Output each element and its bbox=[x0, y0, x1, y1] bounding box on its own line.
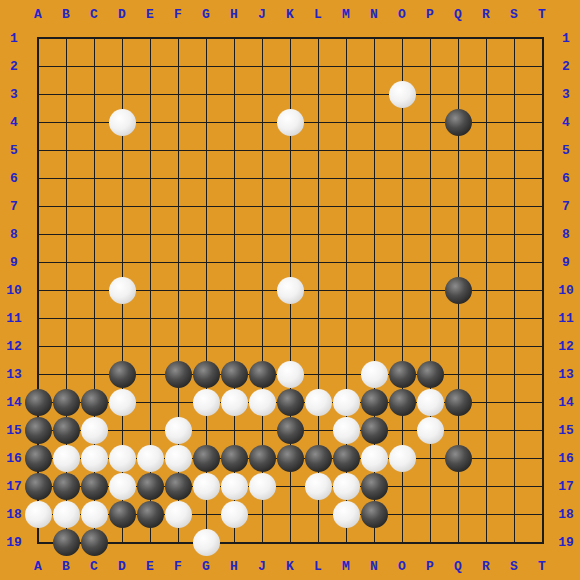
intersection-J1[interactable] bbox=[248, 24, 276, 52]
intersection-M6[interactable] bbox=[332, 164, 360, 192]
intersection-A6[interactable] bbox=[24, 164, 52, 192]
intersection-L11[interactable] bbox=[304, 304, 332, 332]
intersection-M12[interactable] bbox=[332, 332, 360, 360]
intersection-E19[interactable] bbox=[136, 528, 164, 556]
intersection-H10[interactable] bbox=[220, 276, 248, 304]
intersection-S2[interactable] bbox=[500, 52, 528, 80]
intersection-P13[interactable] bbox=[416, 360, 444, 388]
intersection-L6[interactable] bbox=[304, 164, 332, 192]
intersection-A11[interactable] bbox=[24, 304, 52, 332]
intersection-G7[interactable] bbox=[192, 192, 220, 220]
intersection-D17[interactable] bbox=[108, 472, 136, 500]
intersection-E3[interactable] bbox=[136, 80, 164, 108]
intersection-H18[interactable] bbox=[220, 500, 248, 528]
intersection-M3[interactable] bbox=[332, 80, 360, 108]
intersection-K7[interactable] bbox=[276, 192, 304, 220]
intersection-D19[interactable] bbox=[108, 528, 136, 556]
intersection-F4[interactable] bbox=[164, 108, 192, 136]
intersection-A3[interactable] bbox=[24, 80, 52, 108]
intersection-J14[interactable] bbox=[248, 388, 276, 416]
intersection-R7[interactable] bbox=[472, 192, 500, 220]
intersection-S4[interactable] bbox=[500, 108, 528, 136]
intersection-B13[interactable] bbox=[52, 360, 80, 388]
intersection-B2[interactable] bbox=[52, 52, 80, 80]
intersection-M17[interactable] bbox=[332, 472, 360, 500]
intersection-S11[interactable] bbox=[500, 304, 528, 332]
intersection-B3[interactable] bbox=[52, 80, 80, 108]
intersection-F11[interactable] bbox=[164, 304, 192, 332]
intersection-Q3[interactable] bbox=[444, 80, 472, 108]
intersection-G4[interactable] bbox=[192, 108, 220, 136]
intersection-H6[interactable] bbox=[220, 164, 248, 192]
intersection-C18[interactable] bbox=[80, 500, 108, 528]
intersection-D13[interactable] bbox=[108, 360, 136, 388]
intersection-K16[interactable] bbox=[276, 444, 304, 472]
intersection-R5[interactable] bbox=[472, 136, 500, 164]
intersection-G18[interactable] bbox=[192, 500, 220, 528]
intersection-J2[interactable] bbox=[248, 52, 276, 80]
intersection-L15[interactable] bbox=[304, 416, 332, 444]
intersection-T12[interactable] bbox=[528, 332, 556, 360]
intersection-G16[interactable] bbox=[192, 444, 220, 472]
intersection-L10[interactable] bbox=[304, 276, 332, 304]
intersection-G2[interactable] bbox=[192, 52, 220, 80]
intersection-O17[interactable] bbox=[388, 472, 416, 500]
intersection-Q18[interactable] bbox=[444, 500, 472, 528]
intersection-Q2[interactable] bbox=[444, 52, 472, 80]
intersection-N6[interactable] bbox=[360, 164, 388, 192]
intersection-T17[interactable] bbox=[528, 472, 556, 500]
intersection-A9[interactable] bbox=[24, 248, 52, 276]
intersection-R1[interactable] bbox=[472, 24, 500, 52]
intersection-H17[interactable] bbox=[220, 472, 248, 500]
intersection-F12[interactable] bbox=[164, 332, 192, 360]
intersection-R4[interactable] bbox=[472, 108, 500, 136]
intersection-O3[interactable] bbox=[388, 80, 416, 108]
intersection-M8[interactable] bbox=[332, 220, 360, 248]
intersection-T3[interactable] bbox=[528, 80, 556, 108]
intersection-Q16[interactable] bbox=[444, 444, 472, 472]
intersection-O9[interactable] bbox=[388, 248, 416, 276]
intersection-O8[interactable] bbox=[388, 220, 416, 248]
intersection-K6[interactable] bbox=[276, 164, 304, 192]
intersection-N4[interactable] bbox=[360, 108, 388, 136]
intersection-H1[interactable] bbox=[220, 24, 248, 52]
intersection-G5[interactable] bbox=[192, 136, 220, 164]
intersection-T7[interactable] bbox=[528, 192, 556, 220]
intersection-K2[interactable] bbox=[276, 52, 304, 80]
intersection-S16[interactable] bbox=[500, 444, 528, 472]
intersection-M11[interactable] bbox=[332, 304, 360, 332]
intersection-D4[interactable] bbox=[108, 108, 136, 136]
intersection-T4[interactable] bbox=[528, 108, 556, 136]
intersection-P9[interactable] bbox=[416, 248, 444, 276]
intersection-C2[interactable] bbox=[80, 52, 108, 80]
intersection-O1[interactable] bbox=[388, 24, 416, 52]
intersection-T19[interactable] bbox=[528, 528, 556, 556]
intersection-T9[interactable] bbox=[528, 248, 556, 276]
intersection-M7[interactable] bbox=[332, 192, 360, 220]
intersection-B18[interactable] bbox=[52, 500, 80, 528]
intersection-H2[interactable] bbox=[220, 52, 248, 80]
intersection-S6[interactable] bbox=[500, 164, 528, 192]
intersection-E7[interactable] bbox=[136, 192, 164, 220]
intersection-E6[interactable] bbox=[136, 164, 164, 192]
intersection-C7[interactable] bbox=[80, 192, 108, 220]
intersection-M5[interactable] bbox=[332, 136, 360, 164]
intersection-A2[interactable] bbox=[24, 52, 52, 80]
intersection-G10[interactable] bbox=[192, 276, 220, 304]
intersection-S19[interactable] bbox=[500, 528, 528, 556]
intersection-D1[interactable] bbox=[108, 24, 136, 52]
intersection-J7[interactable] bbox=[248, 192, 276, 220]
intersection-L18[interactable] bbox=[304, 500, 332, 528]
intersection-N14[interactable] bbox=[360, 388, 388, 416]
intersection-J10[interactable] bbox=[248, 276, 276, 304]
intersection-J13[interactable] bbox=[248, 360, 276, 388]
intersection-A19[interactable] bbox=[24, 528, 52, 556]
intersection-A10[interactable] bbox=[24, 276, 52, 304]
intersection-F17[interactable] bbox=[164, 472, 192, 500]
intersection-C8[interactable] bbox=[80, 220, 108, 248]
intersection-A16[interactable] bbox=[24, 444, 52, 472]
intersection-F18[interactable] bbox=[164, 500, 192, 528]
intersection-F3[interactable] bbox=[164, 80, 192, 108]
intersection-H13[interactable] bbox=[220, 360, 248, 388]
intersection-B11[interactable] bbox=[52, 304, 80, 332]
intersection-R14[interactable] bbox=[472, 388, 500, 416]
intersection-O10[interactable] bbox=[388, 276, 416, 304]
intersection-P4[interactable] bbox=[416, 108, 444, 136]
intersection-O11[interactable] bbox=[388, 304, 416, 332]
intersection-L12[interactable] bbox=[304, 332, 332, 360]
intersection-H15[interactable] bbox=[220, 416, 248, 444]
intersection-K4[interactable] bbox=[276, 108, 304, 136]
intersection-D16[interactable] bbox=[108, 444, 136, 472]
intersection-A4[interactable] bbox=[24, 108, 52, 136]
intersection-S18[interactable] bbox=[500, 500, 528, 528]
intersection-L4[interactable] bbox=[304, 108, 332, 136]
intersection-G15[interactable] bbox=[192, 416, 220, 444]
intersection-B12[interactable] bbox=[52, 332, 80, 360]
intersection-M1[interactable] bbox=[332, 24, 360, 52]
intersection-J19[interactable] bbox=[248, 528, 276, 556]
intersection-N3[interactable] bbox=[360, 80, 388, 108]
intersection-P8[interactable] bbox=[416, 220, 444, 248]
intersection-D3[interactable] bbox=[108, 80, 136, 108]
intersection-J15[interactable] bbox=[248, 416, 276, 444]
intersection-B19[interactable] bbox=[52, 528, 80, 556]
intersection-E18[interactable] bbox=[136, 500, 164, 528]
intersection-T2[interactable] bbox=[528, 52, 556, 80]
intersection-S13[interactable] bbox=[500, 360, 528, 388]
intersection-A5[interactable] bbox=[24, 136, 52, 164]
intersection-H12[interactable] bbox=[220, 332, 248, 360]
intersection-F10[interactable] bbox=[164, 276, 192, 304]
intersection-H5[interactable] bbox=[220, 136, 248, 164]
intersection-C9[interactable] bbox=[80, 248, 108, 276]
intersection-J12[interactable] bbox=[248, 332, 276, 360]
intersection-P6[interactable] bbox=[416, 164, 444, 192]
intersection-Q11[interactable] bbox=[444, 304, 472, 332]
intersection-B15[interactable] bbox=[52, 416, 80, 444]
intersection-Q10[interactable] bbox=[444, 276, 472, 304]
intersection-N17[interactable] bbox=[360, 472, 388, 500]
intersection-O5[interactable] bbox=[388, 136, 416, 164]
intersection-F13[interactable] bbox=[164, 360, 192, 388]
intersection-Q15[interactable] bbox=[444, 416, 472, 444]
intersection-J11[interactable] bbox=[248, 304, 276, 332]
intersection-D18[interactable] bbox=[108, 500, 136, 528]
intersection-Q17[interactable] bbox=[444, 472, 472, 500]
intersection-N19[interactable] bbox=[360, 528, 388, 556]
intersection-S9[interactable] bbox=[500, 248, 528, 276]
intersection-R18[interactable] bbox=[472, 500, 500, 528]
intersection-H3[interactable] bbox=[220, 80, 248, 108]
intersection-S8[interactable] bbox=[500, 220, 528, 248]
intersection-T10[interactable] bbox=[528, 276, 556, 304]
intersection-P19[interactable] bbox=[416, 528, 444, 556]
intersection-N7[interactable] bbox=[360, 192, 388, 220]
intersection-Q1[interactable] bbox=[444, 24, 472, 52]
intersection-Q13[interactable] bbox=[444, 360, 472, 388]
intersection-A1[interactable] bbox=[24, 24, 52, 52]
intersection-A12[interactable] bbox=[24, 332, 52, 360]
intersection-B4[interactable] bbox=[52, 108, 80, 136]
intersection-C17[interactable] bbox=[80, 472, 108, 500]
intersection-R16[interactable] bbox=[472, 444, 500, 472]
intersection-L19[interactable] bbox=[304, 528, 332, 556]
intersection-B17[interactable] bbox=[52, 472, 80, 500]
intersection-J9[interactable] bbox=[248, 248, 276, 276]
intersection-J18[interactable] bbox=[248, 500, 276, 528]
intersection-T5[interactable] bbox=[528, 136, 556, 164]
intersection-S1[interactable] bbox=[500, 24, 528, 52]
intersection-P15[interactable] bbox=[416, 416, 444, 444]
intersection-H7[interactable] bbox=[220, 192, 248, 220]
intersection-K14[interactable] bbox=[276, 388, 304, 416]
intersection-K1[interactable] bbox=[276, 24, 304, 52]
intersection-C19[interactable] bbox=[80, 528, 108, 556]
intersection-T11[interactable] bbox=[528, 304, 556, 332]
intersection-B8[interactable] bbox=[52, 220, 80, 248]
intersection-T13[interactable] bbox=[528, 360, 556, 388]
intersection-S15[interactable] bbox=[500, 416, 528, 444]
intersection-A7[interactable] bbox=[24, 192, 52, 220]
intersection-D6[interactable] bbox=[108, 164, 136, 192]
intersection-D12[interactable] bbox=[108, 332, 136, 360]
intersection-D9[interactable] bbox=[108, 248, 136, 276]
intersection-H14[interactable] bbox=[220, 388, 248, 416]
intersection-O16[interactable] bbox=[388, 444, 416, 472]
intersection-K11[interactable] bbox=[276, 304, 304, 332]
intersection-P5[interactable] bbox=[416, 136, 444, 164]
intersection-T15[interactable] bbox=[528, 416, 556, 444]
intersection-C12[interactable] bbox=[80, 332, 108, 360]
intersection-F15[interactable] bbox=[164, 416, 192, 444]
intersection-B14[interactable] bbox=[52, 388, 80, 416]
intersection-Q7[interactable] bbox=[444, 192, 472, 220]
intersection-N2[interactable] bbox=[360, 52, 388, 80]
intersection-R9[interactable] bbox=[472, 248, 500, 276]
intersection-E8[interactable] bbox=[136, 220, 164, 248]
intersection-H9[interactable] bbox=[220, 248, 248, 276]
intersection-H16[interactable] bbox=[220, 444, 248, 472]
intersection-P12[interactable] bbox=[416, 332, 444, 360]
intersection-E13[interactable] bbox=[136, 360, 164, 388]
intersection-C11[interactable] bbox=[80, 304, 108, 332]
intersection-K3[interactable] bbox=[276, 80, 304, 108]
intersection-P16[interactable] bbox=[416, 444, 444, 472]
intersection-J17[interactable] bbox=[248, 472, 276, 500]
intersection-P7[interactable] bbox=[416, 192, 444, 220]
intersection-G17[interactable] bbox=[192, 472, 220, 500]
intersection-G9[interactable] bbox=[192, 248, 220, 276]
intersection-L8[interactable] bbox=[304, 220, 332, 248]
intersection-H19[interactable] bbox=[220, 528, 248, 556]
intersection-E5[interactable] bbox=[136, 136, 164, 164]
intersection-A18[interactable] bbox=[24, 500, 52, 528]
intersection-F14[interactable] bbox=[164, 388, 192, 416]
intersection-E10[interactable] bbox=[136, 276, 164, 304]
intersection-B6[interactable] bbox=[52, 164, 80, 192]
intersection-S7[interactable] bbox=[500, 192, 528, 220]
intersection-C15[interactable] bbox=[80, 416, 108, 444]
intersection-C16[interactable] bbox=[80, 444, 108, 472]
intersection-G14[interactable] bbox=[192, 388, 220, 416]
intersection-C5[interactable] bbox=[80, 136, 108, 164]
intersection-R2[interactable] bbox=[472, 52, 500, 80]
intersection-T14[interactable] bbox=[528, 388, 556, 416]
intersection-C14[interactable] bbox=[80, 388, 108, 416]
intersection-E14[interactable] bbox=[136, 388, 164, 416]
intersection-D15[interactable] bbox=[108, 416, 136, 444]
intersection-O14[interactable] bbox=[388, 388, 416, 416]
intersection-A15[interactable] bbox=[24, 416, 52, 444]
intersection-G13[interactable] bbox=[192, 360, 220, 388]
intersection-G1[interactable] bbox=[192, 24, 220, 52]
intersection-O4[interactable] bbox=[388, 108, 416, 136]
intersection-F16[interactable] bbox=[164, 444, 192, 472]
intersection-A13[interactable] bbox=[24, 360, 52, 388]
intersection-C3[interactable] bbox=[80, 80, 108, 108]
intersection-T18[interactable] bbox=[528, 500, 556, 528]
intersection-J5[interactable] bbox=[248, 136, 276, 164]
intersection-T6[interactable] bbox=[528, 164, 556, 192]
intersection-N12[interactable] bbox=[360, 332, 388, 360]
intersection-O18[interactable] bbox=[388, 500, 416, 528]
intersection-R10[interactable] bbox=[472, 276, 500, 304]
intersection-L7[interactable] bbox=[304, 192, 332, 220]
intersection-B1[interactable] bbox=[52, 24, 80, 52]
intersection-G3[interactable] bbox=[192, 80, 220, 108]
intersection-R3[interactable] bbox=[472, 80, 500, 108]
intersection-K17[interactable] bbox=[276, 472, 304, 500]
intersection-Q5[interactable] bbox=[444, 136, 472, 164]
intersection-H4[interactable] bbox=[220, 108, 248, 136]
intersection-O15[interactable] bbox=[388, 416, 416, 444]
intersection-L5[interactable] bbox=[304, 136, 332, 164]
intersection-L13[interactable] bbox=[304, 360, 332, 388]
intersection-N11[interactable] bbox=[360, 304, 388, 332]
intersection-D2[interactable] bbox=[108, 52, 136, 80]
intersection-B7[interactable] bbox=[52, 192, 80, 220]
intersection-C1[interactable] bbox=[80, 24, 108, 52]
intersection-E1[interactable] bbox=[136, 24, 164, 52]
intersection-R13[interactable] bbox=[472, 360, 500, 388]
intersection-E12[interactable] bbox=[136, 332, 164, 360]
intersection-O12[interactable] bbox=[388, 332, 416, 360]
intersection-Q19[interactable] bbox=[444, 528, 472, 556]
intersection-T1[interactable] bbox=[528, 24, 556, 52]
intersection-G6[interactable] bbox=[192, 164, 220, 192]
intersection-D7[interactable] bbox=[108, 192, 136, 220]
intersection-M2[interactable] bbox=[332, 52, 360, 80]
intersection-R6[interactable] bbox=[472, 164, 500, 192]
intersection-M9[interactable] bbox=[332, 248, 360, 276]
intersection-N13[interactable] bbox=[360, 360, 388, 388]
intersection-R15[interactable] bbox=[472, 416, 500, 444]
intersection-N9[interactable] bbox=[360, 248, 388, 276]
intersection-S3[interactable] bbox=[500, 80, 528, 108]
intersection-G11[interactable] bbox=[192, 304, 220, 332]
intersection-C6[interactable] bbox=[80, 164, 108, 192]
intersection-R8[interactable] bbox=[472, 220, 500, 248]
intersection-L9[interactable] bbox=[304, 248, 332, 276]
intersection-L17[interactable] bbox=[304, 472, 332, 500]
intersection-N18[interactable] bbox=[360, 500, 388, 528]
intersection-N8[interactable] bbox=[360, 220, 388, 248]
intersection-F6[interactable] bbox=[164, 164, 192, 192]
intersection-K18[interactable] bbox=[276, 500, 304, 528]
intersection-Q9[interactable] bbox=[444, 248, 472, 276]
intersection-F9[interactable] bbox=[164, 248, 192, 276]
intersection-J3[interactable] bbox=[248, 80, 276, 108]
intersection-M14[interactable] bbox=[332, 388, 360, 416]
intersection-P18[interactable] bbox=[416, 500, 444, 528]
intersection-S10[interactable] bbox=[500, 276, 528, 304]
intersection-N16[interactable] bbox=[360, 444, 388, 472]
intersection-L16[interactable] bbox=[304, 444, 332, 472]
intersection-C13[interactable] bbox=[80, 360, 108, 388]
intersection-J16[interactable] bbox=[248, 444, 276, 472]
intersection-K19[interactable] bbox=[276, 528, 304, 556]
intersection-N10[interactable] bbox=[360, 276, 388, 304]
intersection-B5[interactable] bbox=[52, 136, 80, 164]
intersection-Q8[interactable] bbox=[444, 220, 472, 248]
intersection-M10[interactable] bbox=[332, 276, 360, 304]
intersection-E4[interactable] bbox=[136, 108, 164, 136]
intersection-L3[interactable] bbox=[304, 80, 332, 108]
intersection-C4[interactable] bbox=[80, 108, 108, 136]
intersection-O13[interactable] bbox=[388, 360, 416, 388]
intersection-B10[interactable] bbox=[52, 276, 80, 304]
intersection-K8[interactable] bbox=[276, 220, 304, 248]
intersection-P11[interactable] bbox=[416, 304, 444, 332]
intersection-F8[interactable] bbox=[164, 220, 192, 248]
intersection-N1[interactable] bbox=[360, 24, 388, 52]
intersection-O2[interactable] bbox=[388, 52, 416, 80]
intersection-H11[interactable] bbox=[220, 304, 248, 332]
intersection-R12[interactable] bbox=[472, 332, 500, 360]
intersection-A17[interactable] bbox=[24, 472, 52, 500]
intersection-E11[interactable] bbox=[136, 304, 164, 332]
intersection-M19[interactable] bbox=[332, 528, 360, 556]
intersection-K13[interactable] bbox=[276, 360, 304, 388]
intersection-M18[interactable] bbox=[332, 500, 360, 528]
intersection-L14[interactable] bbox=[304, 388, 332, 416]
intersection-K10[interactable] bbox=[276, 276, 304, 304]
